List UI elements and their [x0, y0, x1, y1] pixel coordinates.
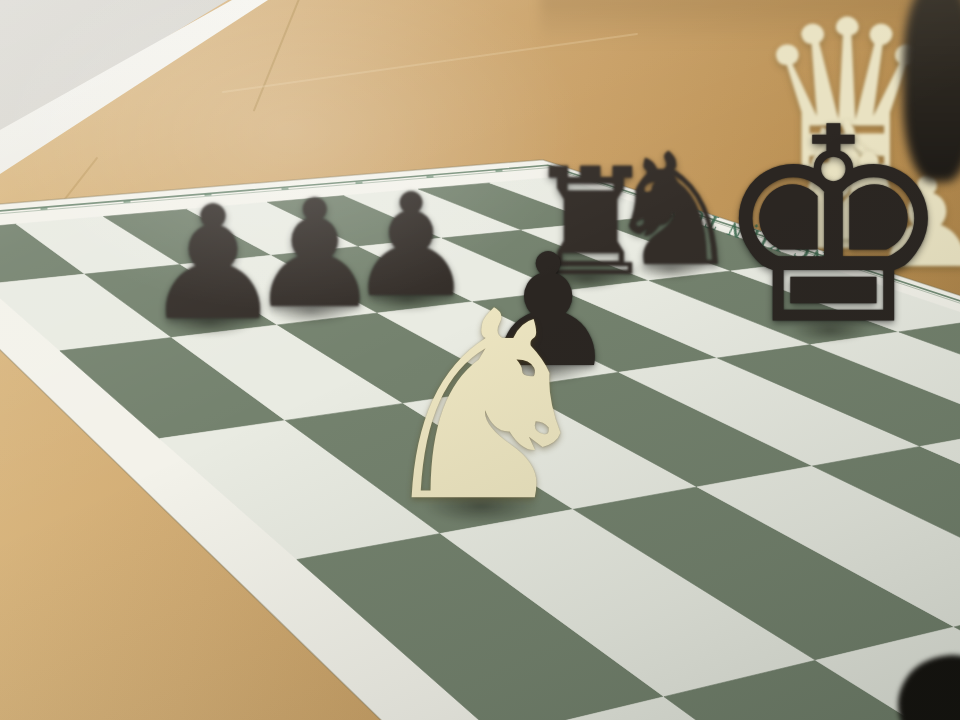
chess-photo-scene: ♛♞♟♟♟ NG KIỆN TƯỚNG·····················… [0, 0, 960, 720]
partial-black-pawn[interactable] [889, 647, 960, 720]
foreground-pieces-layer [0, 0, 960, 720]
